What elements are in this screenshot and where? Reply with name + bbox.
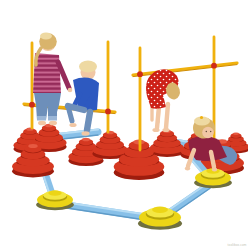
eye bbox=[210, 131, 211, 132]
product-photo: toolibox.com bbox=[0, 0, 248, 248]
red-dome-polka-girl bbox=[150, 129, 184, 156]
jean-cuff bbox=[37, 116, 46, 121]
jean-cuff bbox=[48, 116, 57, 121]
balance-course-scene bbox=[0, 0, 248, 248]
child-boy-center bbox=[68, 61, 99, 136]
hair-clip bbox=[200, 116, 203, 119]
leg bbox=[166, 104, 168, 128]
foot bbox=[82, 131, 90, 135]
hair bbox=[79, 61, 97, 73]
foot bbox=[38, 121, 46, 126]
standing-leg bbox=[87, 112, 90, 130]
jeans bbox=[34, 93, 61, 120]
child-girl-left bbox=[33, 33, 72, 126]
arm bbox=[211, 152, 214, 167]
yellow-dome-bottom-left bbox=[36, 190, 74, 210]
foot bbox=[162, 128, 169, 132]
face bbox=[202, 127, 214, 139]
child-girl-polka-dot bbox=[146, 69, 182, 132]
crossbar-high bbox=[133, 63, 237, 77]
foot bbox=[69, 123, 76, 127]
hand bbox=[212, 168, 217, 172]
hand bbox=[68, 88, 73, 93]
foot bbox=[152, 128, 159, 132]
hand bbox=[185, 167, 190, 171]
foot bbox=[49, 121, 57, 126]
hair-highlight bbox=[40, 33, 52, 40]
watermark: toolibox.com bbox=[227, 244, 246, 247]
eye bbox=[206, 131, 207, 132]
